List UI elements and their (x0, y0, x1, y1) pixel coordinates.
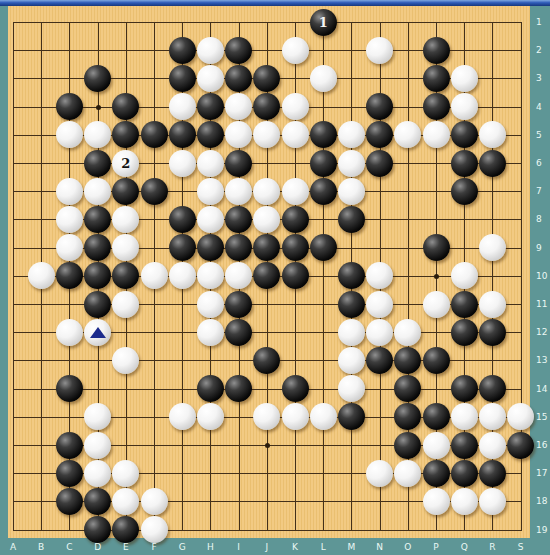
stone-N5-black (366, 121, 393, 148)
stone-C7-white (56, 178, 83, 205)
row-label-7: 7 (536, 187, 550, 196)
stone-M7-white (338, 178, 365, 205)
stone-Q6-black (451, 150, 478, 177)
row-label-17: 17 (536, 469, 550, 478)
go-game-window: 12 12345678910111213141516171819ABCDEFGH… (0, 0, 550, 555)
column-label-J: J (260, 543, 274, 552)
stone-H11-white (197, 291, 224, 318)
stone-N6-black (366, 150, 393, 177)
stone-D17-white (84, 460, 111, 487)
stone-R11-white (479, 291, 506, 318)
stone-Q10-white (451, 262, 478, 289)
stone-Q5-black (451, 121, 478, 148)
row-label-9: 9 (536, 244, 550, 253)
row-label-6: 6 (536, 159, 550, 168)
stone-D11-black (84, 291, 111, 318)
stone-M5-white (338, 121, 365, 148)
stone-P3-black (423, 65, 450, 92)
stone-N2-white (366, 37, 393, 64)
stone-H14-black (197, 375, 224, 402)
stone-Q16-black (451, 432, 478, 459)
stone-D8-black (84, 206, 111, 233)
stone-F7-black (141, 178, 168, 205)
star-point-J16 (265, 443, 270, 448)
stone-G6-white (169, 150, 196, 177)
column-label-C: C (62, 543, 76, 552)
row-label-3: 3 (536, 74, 550, 83)
stone-L1-black: 1 (310, 9, 337, 36)
stone-Q14-black (451, 375, 478, 402)
column-label-B: B (34, 543, 48, 552)
stone-O12-white (394, 319, 421, 346)
row-label-11: 11 (536, 300, 550, 309)
triangle-marker-icon (90, 327, 106, 338)
stone-P11-white (423, 291, 450, 318)
stone-S15-white (507, 403, 534, 430)
stone-N10-white (366, 262, 393, 289)
stone-G2-black (169, 37, 196, 64)
row-label-18: 18 (536, 497, 550, 506)
stone-D9-black (84, 234, 111, 261)
stone-G15-white (169, 403, 196, 430)
column-label-E: E (119, 543, 133, 552)
stone-G8-black (169, 206, 196, 233)
stone-I14-black (225, 375, 252, 402)
stone-M12-white (338, 319, 365, 346)
stone-D12-white (84, 319, 111, 346)
stone-R5-white (479, 121, 506, 148)
stone-B10-white (28, 262, 55, 289)
stone-K9-black (282, 234, 309, 261)
stone-Q4-white (451, 93, 478, 120)
row-label-10: 10 (536, 272, 550, 281)
stone-E11-white (112, 291, 139, 318)
stone-H4-black (197, 93, 224, 120)
stone-E8-white (112, 206, 139, 233)
stone-M13-white (338, 347, 365, 374)
stone-L15-white (310, 403, 337, 430)
stone-C17-black (56, 460, 83, 487)
stone-I3-black (225, 65, 252, 92)
stone-G4-white (169, 93, 196, 120)
stone-P4-black (423, 93, 450, 120)
stone-I4-white (225, 93, 252, 120)
stone-I7-white (225, 178, 252, 205)
stone-R9-white (479, 234, 506, 261)
stone-P9-black (423, 234, 450, 261)
stone-C10-black (56, 262, 83, 289)
stone-O14-black (394, 375, 421, 402)
stone-K2-white (282, 37, 309, 64)
column-label-P: P (429, 543, 443, 552)
stone-I2-black (225, 37, 252, 64)
stone-O13-black (394, 347, 421, 374)
stone-R12-black (479, 319, 506, 346)
stone-K15-white (282, 403, 309, 430)
star-point-D4 (96, 105, 101, 110)
stone-J10-black (253, 262, 280, 289)
stone-R17-black (479, 460, 506, 487)
stone-L9-black (310, 234, 337, 261)
stone-N17-white (366, 460, 393, 487)
stone-Q11-black (451, 291, 478, 318)
stone-D16-white (84, 432, 111, 459)
stone-H9-black (197, 234, 224, 261)
stone-J7-white (253, 178, 280, 205)
stone-L7-black (310, 178, 337, 205)
stone-G9-black (169, 234, 196, 261)
stone-F19-white (141, 516, 168, 543)
stone-D18-black (84, 488, 111, 515)
stone-N12-white (366, 319, 393, 346)
stone-H15-white (197, 403, 224, 430)
stone-P13-black (423, 347, 450, 374)
stone-K4-white (282, 93, 309, 120)
stone-N4-black (366, 93, 393, 120)
stone-M11-black (338, 291, 365, 318)
row-label-14: 14 (536, 385, 550, 394)
stone-H10-white (197, 262, 224, 289)
stone-F10-white (141, 262, 168, 289)
stone-Q7-black (451, 178, 478, 205)
stone-E4-black (112, 93, 139, 120)
column-label-L: L (316, 543, 330, 552)
go-board[interactable]: 12 (8, 6, 530, 538)
stone-R16-white (479, 432, 506, 459)
row-label-5: 5 (536, 131, 550, 140)
stone-E13-white (112, 347, 139, 374)
stone-P5-white (423, 121, 450, 148)
stone-J13-black (253, 347, 280, 374)
stone-D10-black (84, 262, 111, 289)
stone-N13-black (366, 347, 393, 374)
stone-K8-black (282, 206, 309, 233)
stone-L3-white (310, 65, 337, 92)
stone-H12-white (197, 319, 224, 346)
stone-Q3-white (451, 65, 478, 92)
stone-R6-black (479, 150, 506, 177)
row-label-16: 16 (536, 441, 550, 450)
star-point-P10 (434, 274, 439, 279)
column-label-N: N (373, 543, 387, 552)
stone-C16-black (56, 432, 83, 459)
row-label-19: 19 (536, 526, 550, 535)
stone-E5-black (112, 121, 139, 148)
stone-I9-black (225, 234, 252, 261)
stone-G3-black (169, 65, 196, 92)
stone-M8-black (338, 206, 365, 233)
stone-C14-black (56, 375, 83, 402)
stone-I5-white (225, 121, 252, 148)
column-label-F: F (147, 543, 161, 552)
stone-S16-black (507, 432, 534, 459)
grid-line-vertical (323, 22, 324, 531)
stone-Q17-black (451, 460, 478, 487)
stone-F18-white (141, 488, 168, 515)
stone-R15-white (479, 403, 506, 430)
stone-C5-white (56, 121, 83, 148)
stone-C12-white (56, 319, 83, 346)
row-label-15: 15 (536, 413, 550, 422)
column-label-K: K (288, 543, 302, 552)
stone-H6-white (197, 150, 224, 177)
stone-L6-black (310, 150, 337, 177)
move-number-label: 2 (121, 157, 130, 170)
stone-C18-black (56, 488, 83, 515)
stone-O17-white (394, 460, 421, 487)
stone-Q12-black (451, 319, 478, 346)
stone-K7-white (282, 178, 309, 205)
stone-I11-black (225, 291, 252, 318)
column-label-A: A (6, 543, 20, 552)
stone-E6-white: 2 (112, 150, 139, 177)
stone-I8-black (225, 206, 252, 233)
stone-M15-black (338, 403, 365, 430)
stone-E18-white (112, 488, 139, 515)
stone-E10-black (112, 262, 139, 289)
stone-Q18-white (451, 488, 478, 515)
stone-G5-black (169, 121, 196, 148)
stone-K14-black (282, 375, 309, 402)
stone-H2-white (197, 37, 224, 64)
row-label-1: 1 (536, 18, 550, 27)
stone-M14-white (338, 375, 365, 402)
column-label-O: O (401, 543, 415, 552)
column-label-Q: Q (457, 543, 471, 552)
row-label-4: 4 (536, 103, 550, 112)
stone-M6-white (338, 150, 365, 177)
stone-I6-black (225, 150, 252, 177)
stone-P17-black (423, 460, 450, 487)
stone-O5-white (394, 121, 421, 148)
stone-P18-white (423, 488, 450, 515)
stone-C4-black (56, 93, 83, 120)
stone-H8-white (197, 206, 224, 233)
stone-H7-white (197, 178, 224, 205)
row-label-2: 2 (536, 46, 550, 55)
stone-N11-white (366, 291, 393, 318)
stone-K10-black (282, 262, 309, 289)
stone-F5-black (141, 121, 168, 148)
stone-D3-black (84, 65, 111, 92)
stone-D19-black (84, 516, 111, 543)
row-label-13: 13 (536, 356, 550, 365)
stone-D7-white (84, 178, 111, 205)
column-label-D: D (91, 543, 105, 552)
stone-J8-white (253, 206, 280, 233)
stone-C8-white (56, 206, 83, 233)
stone-J15-white (253, 403, 280, 430)
stone-G10-white (169, 262, 196, 289)
row-label-12: 12 (536, 328, 550, 337)
stone-E17-white (112, 460, 139, 487)
stone-I12-black (225, 319, 252, 346)
stone-P16-white (423, 432, 450, 459)
grid-line-horizontal (13, 389, 522, 390)
stone-O16-black (394, 432, 421, 459)
row-label-8: 8 (536, 215, 550, 224)
stone-Q15-white (451, 403, 478, 430)
stone-D5-white (84, 121, 111, 148)
stone-O15-black (394, 403, 421, 430)
stone-L5-black (310, 121, 337, 148)
stone-M10-black (338, 262, 365, 289)
move-number-label: 1 (319, 16, 328, 29)
stone-J4-black (253, 93, 280, 120)
stone-C9-white (56, 234, 83, 261)
stone-J3-black (253, 65, 280, 92)
column-label-I: I (232, 543, 246, 552)
stone-D15-white (84, 403, 111, 430)
stone-P2-black (423, 37, 450, 64)
stone-J5-white (253, 121, 280, 148)
column-label-M: M (344, 543, 358, 552)
stone-J9-black (253, 234, 280, 261)
column-label-R: R (485, 543, 499, 552)
stone-E19-black (112, 516, 139, 543)
stone-K5-white (282, 121, 309, 148)
column-label-G: G (175, 543, 189, 552)
stone-H3-white (197, 65, 224, 92)
stone-P15-black (423, 403, 450, 430)
stone-D6-black (84, 150, 111, 177)
stone-E7-black (112, 178, 139, 205)
column-label-S: S (514, 543, 528, 552)
stone-R14-black (479, 375, 506, 402)
stone-R18-white (479, 488, 506, 515)
stone-E9-white (112, 234, 139, 261)
stone-I10-white (225, 262, 252, 289)
stone-H5-black (197, 121, 224, 148)
column-label-H: H (203, 543, 217, 552)
